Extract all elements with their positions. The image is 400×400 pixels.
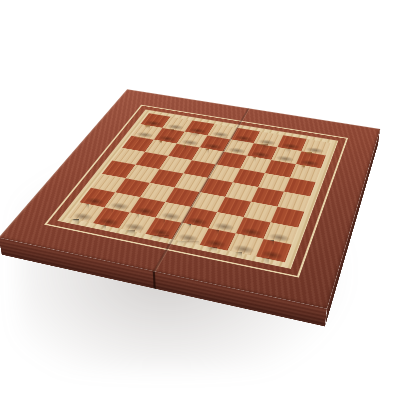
black-bishop-icon: ♝	[198, 214, 231, 251]
scene: ♜♞♝♛♚♝♞♜♟♟♟♟♟♟♟♟♟♟♟♟♟♟♟♟♜♞♝♛♚♝♞♜	[0, 0, 400, 400]
chess-board: ♜♞♝♛♚♝♞♜♟♟♟♟♟♟♟♟♟♟♟♟♟♟♟♟♜♞♝♛♚♝♞♜	[0, 89, 380, 308]
box-side-fold-seam	[153, 271, 156, 289]
board-top-face: ♜♞♝♛♚♝♞♜♟♟♟♟♟♟♟♟♟♟♟♟♟♟♟♟♜♞♝♛♚♝♞♜	[0, 89, 380, 308]
black-knight-icon: ♞	[228, 224, 257, 257]
